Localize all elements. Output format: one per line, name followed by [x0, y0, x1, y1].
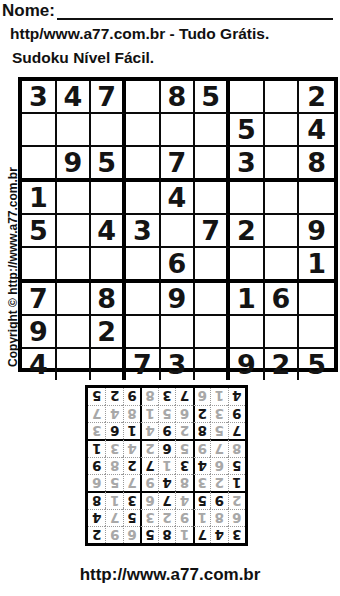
solution-cell-r3c6: 6	[140, 491, 157, 509]
solution-cell-r2c7: 5	[123, 509, 140, 526]
solution-cell-r6c1: 8	[228, 439, 245, 457]
sudoku-cell-r1c5: 8	[161, 81, 196, 114]
sudoku-cell-r8c7[interactable]	[230, 316, 265, 349]
solution-cell-r9c5: 3	[158, 388, 175, 405]
sudoku-cell-r9c2[interactable]	[57, 349, 92, 380]
solution-cell-r6c2: 7	[210, 439, 227, 457]
solution-cell-r1c8: 9	[105, 526, 122, 543]
solution-cell-r5c2: 6	[210, 457, 227, 474]
solution-cell-r4c9: 6	[88, 474, 105, 491]
sudoku-cell-r7c3: 8	[91, 283, 126, 316]
solution-cell-r8c5: 5	[158, 405, 175, 422]
solution-cell-r4c1: 1	[228, 474, 245, 491]
solution-cell-r9c2: 1	[210, 388, 227, 405]
sudoku-cell-r5c6: 7	[195, 215, 230, 248]
sudoku-cell-r1c2: 4	[57, 81, 92, 114]
solution-cell-r5c9: 9	[88, 457, 105, 474]
sudoku-cell-r2c5[interactable]	[161, 114, 196, 147]
solution-cell-r2c8: 7	[105, 509, 122, 526]
sudoku-cell-r8c6[interactable]	[195, 316, 230, 349]
sudoku-cell-r9c1: 4	[22, 349, 57, 380]
solution-cell-r7c5: 9	[158, 422, 175, 439]
solution-cell-r1c1: 3	[228, 526, 245, 543]
solution-cell-r2c4: 9	[175, 509, 192, 526]
sudoku-cell-r9c5: 3	[161, 349, 196, 380]
sudoku-cell-r8c8[interactable]	[265, 316, 300, 349]
solution-cell-r1c2: 4	[210, 526, 227, 543]
solution-cell-r2c3: 1	[193, 509, 210, 526]
sudoku-cell-r9c7: 9	[230, 349, 265, 380]
solution-cell-r5c8: 8	[105, 457, 122, 474]
solution-cell-r6c3: 9	[193, 439, 210, 457]
solution-cell-r3c9: 8	[88, 491, 105, 509]
solution-cell-r9c9: 5	[88, 388, 105, 405]
solution-cell-r7c7: 1	[123, 422, 140, 439]
solution-cell-r6c9: 1	[88, 439, 105, 457]
sudoku-cell-r3c9: 8	[299, 147, 334, 182]
sudoku-cell-r1c3: 7	[91, 81, 126, 114]
sudoku-cell-r2c6[interactable]	[195, 114, 230, 147]
sudoku-cell-r2c7: 5	[230, 114, 265, 147]
sudoku-cell-r5c4: 3	[126, 215, 161, 248]
solution-cell-r5c1: 5	[228, 457, 245, 474]
sudoku-cell-r6c2[interactable]	[57, 248, 92, 283]
solution-cell-r3c7: 3	[123, 491, 140, 509]
sudoku-cell-r7c9[interactable]	[299, 283, 334, 316]
name-fill-line	[57, 2, 333, 20]
solution-cell-r3c3: 5	[193, 491, 210, 509]
sudoku-cell-r7c2[interactable]	[57, 283, 92, 316]
sudoku-cell-r6c9: 1	[299, 248, 334, 283]
site-title: http/www.a77.com.br - Tudo Grátis.	[10, 25, 269, 43]
sudoku-cell-r9c4: 7	[126, 349, 161, 380]
solution-cell-r1c7: 6	[123, 526, 140, 543]
sudoku-cell-r1c4[interactable]	[126, 81, 161, 114]
sudoku-cell-r5c7: 2	[230, 215, 265, 248]
solution-cell-r5c4: 3	[175, 457, 192, 474]
sudoku-cell-r5c5[interactable]	[161, 215, 196, 248]
solution-cell-r1c6: 5	[140, 526, 157, 543]
solution-cell-r7c9: 3	[88, 422, 105, 439]
sudoku-cell-r3c3: 5	[91, 147, 126, 182]
sudoku-cell-r6c6[interactable]	[195, 248, 230, 283]
solution-cell-r9c8: 2	[105, 388, 122, 405]
sudoku-printable-page: Nome: http/www.a77.com.br - Tudo Grátis.…	[0, 0, 340, 596]
sudoku-cell-r4c2[interactable]	[57, 182, 92, 215]
sudoku-cell-r6c3[interactable]	[91, 248, 126, 283]
puzzle-level-title: Sudoku Nível Fácil.	[12, 49, 154, 67]
sudoku-cell-r3c5: 7	[161, 147, 196, 182]
sudoku-cell-r7c6[interactable]	[195, 283, 230, 316]
solution-cell-r2c2: 8	[210, 509, 227, 526]
solution-cell-r8c4: 6	[175, 405, 192, 422]
sudoku-cell-r2c8[interactable]	[265, 114, 300, 147]
sudoku-cell-r8c5[interactable]	[161, 316, 196, 349]
solution-cell-r2c5: 2	[158, 509, 175, 526]
sudoku-cell-r9c8: 2	[265, 349, 300, 380]
solution-cell-r1c4: 1	[175, 526, 192, 543]
sudoku-cell-r7c1: 7	[22, 283, 57, 316]
sudoku-cell-r6c4[interactable]	[126, 248, 161, 283]
sudoku-cell-r7c8: 6	[265, 283, 300, 316]
sudoku-cell-r7c5: 9	[161, 283, 196, 316]
sudoku-cell-r2c4[interactable]	[126, 114, 161, 147]
sudoku-cell-r1c6: 5	[195, 81, 230, 114]
sudoku-cell-r4c5: 4	[161, 182, 196, 215]
solution-cell-r3c4: 4	[175, 491, 192, 509]
solution-cell-r7c6: 4	[140, 422, 157, 439]
sudoku-cell-r4c9[interactable]	[299, 182, 334, 215]
sudoku-cell-r2c2[interactable]	[57, 114, 92, 147]
sudoku-cell-r6c8[interactable]	[265, 248, 300, 283]
sudoku-cell-r4c8[interactable]	[265, 182, 300, 215]
sudoku-cell-r9c9: 5	[299, 349, 334, 380]
solution-cell-r7c4: 2	[175, 422, 192, 439]
sudoku-cell-r1c1: 3	[22, 81, 57, 114]
solution-cell-r4c6: 9	[140, 474, 157, 491]
sudoku-cell-r7c4[interactable]	[126, 283, 161, 316]
name-label: Nome:	[2, 1, 55, 20]
sudoku-cell-r1c7[interactable]	[230, 81, 265, 114]
sudoku-cell-r3c7: 3	[230, 147, 265, 182]
sudoku-cell-r3c4[interactable]	[126, 147, 161, 182]
solution-cell-r9c6: 8	[140, 388, 157, 405]
sudoku-cell-r9c6[interactable]	[195, 349, 230, 380]
sudoku-cell-r8c9[interactable]	[299, 316, 334, 349]
solution-cell-r3c1: 2	[228, 491, 245, 509]
solution-cell-r2c1: 6	[228, 509, 245, 526]
sudoku-cell-r5c8[interactable]	[265, 215, 300, 248]
solution-cell-r7c8: 6	[105, 422, 122, 439]
sudoku-solution-board: 3471856926819235742954763181238497565643…	[85, 385, 248, 546]
sudoku-cell-r5c1: 5	[22, 215, 57, 248]
solution-cell-r9c3: 6	[193, 388, 210, 405]
solution-cell-r8c7: 8	[123, 405, 140, 422]
sudoku-cell-r1c9: 2	[299, 81, 334, 114]
solution-cell-r8c3: 2	[193, 405, 210, 422]
sudoku-cell-r7c7: 1	[230, 283, 265, 316]
sudoku-cell-r6c5: 6	[161, 248, 196, 283]
sudoku-cell-r9c3[interactable]	[91, 349, 126, 380]
sudoku-cell-r3c2: 9	[57, 147, 92, 182]
sudoku-cell-r4c6[interactable]	[195, 182, 230, 215]
sudoku-cell-r8c1: 9	[22, 316, 57, 349]
sudoku-cell-r3c8[interactable]	[265, 147, 300, 182]
sudoku-cell-r8c4[interactable]	[126, 316, 161, 349]
solution-cell-r2c6: 3	[140, 509, 157, 526]
solution-cell-r6c8: 3	[105, 439, 122, 457]
solution-cell-r5c7: 2	[123, 457, 140, 474]
sudoku-cell-r4c7[interactable]	[230, 182, 265, 215]
footer-url: http://www.a77.com.br	[0, 565, 340, 585]
solution-cell-r1c9: 2	[88, 526, 105, 543]
sudoku-cell-r1c8[interactable]	[265, 81, 300, 114]
sudoku-cell-r6c1[interactable]	[22, 248, 57, 283]
solution-cell-r4c8: 5	[105, 474, 122, 491]
solution-cell-r4c3: 3	[193, 474, 210, 491]
solution-cell-r9c1: 4	[228, 388, 245, 405]
solution-cell-r8c8: 4	[105, 405, 122, 422]
sudoku-cell-r2c9: 4	[299, 114, 334, 147]
solution-cell-r9c7: 9	[123, 388, 140, 405]
sudoku-cell-r6c7[interactable]	[230, 248, 265, 283]
solution-cell-r3c2: 9	[210, 491, 227, 509]
solution-cell-r6c5: 6	[158, 439, 175, 457]
solution-cell-r5c5: 1	[158, 457, 175, 474]
solution-cell-r3c8: 1	[105, 491, 122, 509]
sudoku-cell-r3c1[interactable]	[22, 147, 57, 182]
solution-cell-r7c2: 5	[210, 422, 227, 439]
solution-cell-r5c3: 4	[193, 457, 210, 474]
solution-cell-r8c2: 3	[210, 405, 227, 422]
solution-cell-r9c4: 7	[175, 388, 192, 405]
sudoku-cell-r5c2[interactable]	[57, 215, 92, 248]
sudoku-cell-r4c1: 1	[22, 182, 57, 215]
sudoku-cell-r4c4[interactable]	[126, 182, 161, 215]
name-row: Nome:	[2, 1, 333, 20]
sudoku-cell-r8c3: 2	[91, 316, 126, 349]
solution-cell-r1c3: 7	[193, 526, 210, 543]
sudoku-board[interactable]: 347852549573814543729617891692473925	[18, 77, 338, 372]
solution-cell-r1c5: 8	[158, 526, 175, 543]
solution-cell-r4c4: 8	[175, 474, 192, 491]
solution-cell-r7c3: 8	[193, 422, 210, 439]
sudoku-cell-r8c2[interactable]	[57, 316, 92, 349]
solution-cell-r6c6: 2	[140, 439, 157, 457]
sudoku-cell-r2c3[interactable]	[91, 114, 126, 147]
solution-cell-r4c2: 2	[210, 474, 227, 491]
solution-cell-r3c5: 7	[158, 491, 175, 509]
solution-cell-r8c1: 9	[228, 405, 245, 422]
solution-cell-r6c7: 4	[123, 439, 140, 457]
solution-cell-r6c4: 5	[175, 439, 192, 457]
solution-cell-r2c9: 4	[88, 509, 105, 526]
solution-cell-r4c5: 4	[158, 474, 175, 491]
solution-cell-r4c7: 7	[123, 474, 140, 491]
sudoku-cell-r4c3[interactable]	[91, 182, 126, 215]
sudoku-cell-r5c3: 4	[91, 215, 126, 248]
solution-cell-r7c1: 7	[228, 422, 245, 439]
sudoku-cell-r5c9: 9	[299, 215, 334, 248]
sudoku-cell-r2c1[interactable]	[22, 114, 57, 147]
sudoku-cell-r3c6[interactable]	[195, 147, 230, 182]
solution-cell-r5c6: 7	[140, 457, 157, 474]
solution-cell-r8c9: 7	[88, 405, 105, 422]
solution-cell-r8c6: 1	[140, 405, 157, 422]
